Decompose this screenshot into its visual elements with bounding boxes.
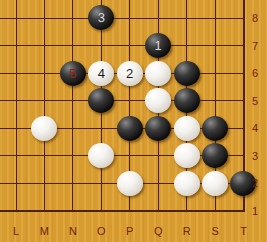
intersection-R5[interactable] — [172, 87, 200, 115]
intersection-L6[interactable] — [2, 59, 30, 87]
intersection-Q6[interactable] — [144, 59, 172, 87]
intersection-Q7[interactable]: 1 — [144, 32, 172, 60]
coord-label-row-4: 4 — [252, 123, 258, 134]
intersection-S5[interactable] — [201, 87, 229, 115]
intersection-L5[interactable] — [2, 87, 30, 115]
white-stone-P2[interactable] — [117, 171, 143, 196]
intersection-M2[interactable] — [30, 170, 58, 198]
intersection-L4[interactable] — [2, 114, 30, 142]
intersection-R7[interactable] — [172, 32, 200, 60]
black-stone-Q7[interactable]: 1 — [145, 33, 171, 58]
intersection-N3[interactable] — [59, 142, 87, 170]
intersection-R4[interactable] — [172, 114, 200, 142]
intersection-L8[interactable] — [2, 4, 30, 32]
intersection-O3[interactable] — [87, 142, 115, 170]
coord-label-col-O: O — [97, 226, 106, 237]
move-number-2: 2 — [126, 67, 133, 80]
white-stone-M4[interactable] — [31, 116, 57, 141]
intersection-Q3[interactable] — [144, 142, 172, 170]
intersection-P2[interactable] — [116, 170, 144, 198]
intersection-R3[interactable] — [172, 142, 200, 170]
intersection-S6[interactable] — [201, 59, 229, 87]
black-stone-S3[interactable] — [202, 143, 228, 168]
coord-label-col-S: S — [211, 226, 218, 237]
intersection-R6[interactable] — [172, 59, 200, 87]
intersection-N8[interactable] — [59, 4, 87, 32]
move-number-4: 4 — [98, 67, 105, 80]
black-stone-Q4[interactable] — [145, 116, 171, 141]
intersection-M7[interactable] — [30, 32, 58, 60]
intersection-Q8[interactable] — [144, 4, 172, 32]
coord-label-row-1: 1 — [252, 205, 258, 216]
intersection-S7[interactable] — [201, 32, 229, 60]
intersection-R2[interactable] — [172, 170, 200, 198]
white-stone-S2[interactable] — [202, 171, 228, 196]
intersection-M5[interactable] — [30, 87, 58, 115]
intersection-O7[interactable] — [87, 32, 115, 60]
coord-label-col-R: R — [183, 226, 191, 237]
coord-label-row-2: 2 — [252, 178, 258, 189]
intersection-P3[interactable] — [116, 142, 144, 170]
intersection-O1[interactable] — [87, 197, 115, 225]
white-stone-P6[interactable]: 2 — [117, 61, 143, 86]
coord-label-row-8: 8 — [252, 13, 258, 24]
intersection-Q5[interactable] — [144, 87, 172, 115]
intersection-L2[interactable] — [2, 170, 30, 198]
intersection-O2[interactable] — [87, 170, 115, 198]
intersection-S4[interactable] — [201, 114, 229, 142]
intersection-N6[interactable]: 5 — [59, 59, 87, 87]
intersection-M8[interactable] — [30, 4, 58, 32]
coord-label-col-N: N — [69, 226, 77, 237]
white-stone-R4[interactable] — [174, 116, 200, 141]
intersection-M3[interactable] — [30, 142, 58, 170]
white-stone-O6[interactable]: 4 — [88, 61, 114, 86]
black-stone-R5[interactable] — [174, 88, 200, 113]
coord-label-row-6: 6 — [252, 68, 258, 79]
intersection-L3[interactable] — [2, 142, 30, 170]
intersection-M1[interactable] — [30, 197, 58, 225]
intersection-P7[interactable] — [116, 32, 144, 60]
intersection-S2[interactable] — [201, 170, 229, 198]
intersection-L7[interactable] — [2, 32, 30, 60]
intersection-O5[interactable] — [87, 87, 115, 115]
move-number-1: 1 — [155, 39, 162, 52]
black-stone-O5[interactable] — [88, 88, 114, 113]
intersection-O4[interactable] — [87, 114, 115, 142]
intersection-P5[interactable] — [116, 87, 144, 115]
intersection-Q2[interactable] — [144, 170, 172, 198]
intersection-Q1[interactable] — [144, 197, 172, 225]
intersection-L1[interactable] — [2, 197, 30, 225]
coord-label-row-7: 7 — [252, 40, 258, 51]
white-stone-R2[interactable] — [174, 171, 200, 196]
black-stone-N6[interactable]: 5 — [60, 61, 86, 86]
intersection-O8[interactable]: 3 — [87, 4, 115, 32]
intersection-O6[interactable]: 4 — [87, 59, 115, 87]
black-stone-R6[interactable] — [174, 61, 200, 86]
intersection-Q4[interactable] — [144, 114, 172, 142]
intersection-M4[interactable] — [30, 114, 58, 142]
board-intersections: 31542 — [2, 4, 258, 225]
black-stone-O8[interactable]: 3 — [88, 5, 114, 30]
move-number-5: 5 — [69, 67, 76, 80]
coord-label-col-Q: Q — [154, 226, 163, 237]
white-stone-Q6[interactable] — [145, 61, 171, 86]
intersection-R1[interactable] — [172, 197, 200, 225]
coord-label-row-5: 5 — [252, 95, 258, 106]
white-stone-R3[interactable] — [174, 143, 200, 168]
coord-label-row-3: 3 — [252, 150, 258, 161]
intersection-S3[interactable] — [201, 142, 229, 170]
go-board[interactable]: 31542 LMNOPQRST 87654321 — [0, 0, 267, 242]
move-number-3: 3 — [98, 11, 105, 24]
intersection-N2[interactable] — [59, 170, 87, 198]
coord-label-col-L: L — [13, 226, 19, 237]
intersection-N7[interactable] — [59, 32, 87, 60]
coord-label-col-T: T — [240, 226, 247, 237]
black-stone-S4[interactable] — [202, 116, 228, 141]
white-stone-O3[interactable] — [88, 143, 114, 168]
black-stone-P4[interactable] — [117, 116, 143, 141]
intersection-N4[interactable] — [59, 114, 87, 142]
coord-label-col-P: P — [126, 226, 133, 237]
intersection-P4[interactable] — [116, 114, 144, 142]
intersection-N1[interactable] — [59, 197, 87, 225]
intersection-P1[interactable] — [116, 197, 144, 225]
intersection-P6[interactable]: 2 — [116, 59, 144, 87]
coord-label-col-M: M — [40, 226, 49, 237]
intersection-N5[interactable] — [59, 87, 87, 115]
intersection-S1[interactable] — [201, 197, 229, 225]
white-stone-Q5[interactable] — [145, 88, 171, 113]
intersection-P8[interactable] — [116, 4, 144, 32]
intersection-M6[interactable] — [30, 59, 58, 87]
intersection-S8[interactable] — [201, 4, 229, 32]
intersection-R8[interactable] — [172, 4, 200, 32]
